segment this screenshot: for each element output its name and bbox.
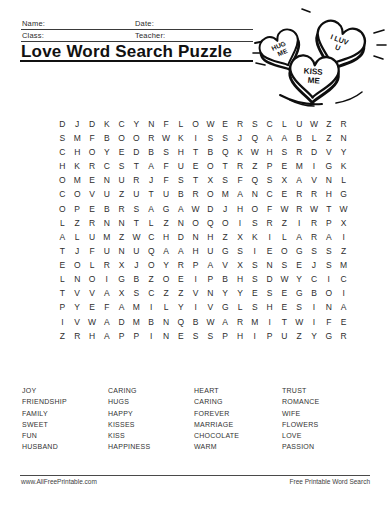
grid-cell-r15-c16[interactable]: T — [277, 315, 292, 329]
grid-cell-r9-c11[interactable]: H — [203, 230, 218, 244]
grid-cell-r10-c14[interactable]: I — [247, 244, 262, 258]
grid-cell-r16-c8[interactable]: N — [159, 329, 174, 343]
grid-cell-r6-c4[interactable]: U — [99, 188, 114, 202]
grid-cell-r5-c13[interactable]: F — [233, 174, 248, 188]
footer-site-link[interactable]: www.AllFreePrintable.com — [21, 478, 97, 485]
grid-cell-r14-c3[interactable]: E — [85, 301, 100, 315]
grid-cell-r13-c17[interactable]: G — [292, 287, 307, 301]
grid-cell-r11-c20[interactable]: M — [336, 258, 351, 272]
grid-cell-r11-c9[interactable]: R — [173, 258, 188, 272]
grid-cell-r2-c8[interactable]: W — [159, 131, 174, 145]
grid-cell-r9-c14[interactable]: K — [247, 230, 262, 244]
grid-cell-r16-c11[interactable]: S — [203, 329, 218, 343]
grid-cell-r14-c12[interactable]: G — [218, 301, 233, 315]
grid-cell-r11-c3[interactable]: L — [85, 258, 100, 272]
grid-cell-r10-c13[interactable]: S — [233, 244, 248, 258]
grid-cell-r9-c9[interactable]: D — [173, 230, 188, 244]
grid-cell-r15-c2[interactable]: V — [70, 315, 85, 329]
grid-cell-r2-c1[interactable]: S — [55, 131, 70, 145]
grid-cell-r14-c9[interactable]: Y — [173, 301, 188, 315]
grid-cell-r14-c17[interactable]: S — [292, 301, 307, 315]
grid-cell-r15-c14[interactable]: M — [247, 315, 262, 329]
grid-cell-r6-c6[interactable]: U — [129, 188, 144, 202]
grid-cell-r16-c12[interactable]: P — [218, 329, 233, 343]
grid-cell-r3-c5[interactable]: E — [114, 145, 129, 159]
grid-cell-r15-c10[interactable]: B — [188, 315, 203, 329]
grid-cell-r9-c15[interactable]: I — [262, 230, 277, 244]
grid-cell-r11-c13[interactable]: X — [233, 258, 248, 272]
grid-cell-r3-c17[interactable]: R — [292, 145, 307, 159]
grid-cell-r3-c7[interactable]: B — [144, 145, 159, 159]
grid-cell-r14-c4[interactable]: F — [99, 301, 114, 315]
grid-cell-r7-c16[interactable]: W — [277, 202, 292, 216]
grid-cell-r4-c8[interactable]: F — [159, 159, 174, 173]
grid-cell-r2-c10[interactable]: I — [188, 131, 203, 145]
grid-cell-r8-c1[interactable]: L — [55, 216, 70, 230]
grid-cell-r15-c1[interactable]: I — [55, 315, 70, 329]
grid-cell-r10-c4[interactable]: U — [99, 244, 114, 258]
grid-cell-r9-c13[interactable]: X — [233, 230, 248, 244]
grid-cell-r13-c16[interactable]: E — [277, 287, 292, 301]
grid-cell-r8-c12[interactable]: O — [218, 216, 233, 230]
grid-cell-r2-c9[interactable]: K — [173, 131, 188, 145]
grid-cell-r5-c9[interactable]: S — [173, 174, 188, 188]
grid-cell-r1-c18[interactable]: W — [307, 117, 322, 131]
grid-cell-r16-c5[interactable]: P — [114, 329, 129, 343]
grid-cell-r13-c19[interactable]: O — [321, 287, 336, 301]
grid-cell-r12-c15[interactable]: D — [262, 272, 277, 286]
grid-cell-r13-c1[interactable]: T — [55, 287, 70, 301]
grid-cell-r3-c20[interactable]: Y — [336, 145, 351, 159]
grid-cell-r3-c11[interactable]: B — [203, 145, 218, 159]
grid-cell-r10-c20[interactable]: Z — [336, 244, 351, 258]
grid-cell-r4-c5[interactable]: S — [114, 159, 129, 173]
grid-cell-r16-c17[interactable]: Z — [292, 329, 307, 343]
grid-cell-r3-c4[interactable]: Y — [99, 145, 114, 159]
grid-cell-r12-c4[interactable]: I — [99, 272, 114, 286]
grid-cell-r7-c8[interactable]: G — [159, 202, 174, 216]
grid-cell-r4-c7[interactable]: A — [144, 159, 159, 173]
grid-cell-r9-c20[interactable]: I — [336, 230, 351, 244]
grid-cell-r8-c10[interactable]: O — [188, 216, 203, 230]
grid-cell-r4-c3[interactable]: R — [85, 159, 100, 173]
grid-cell-r9-c7[interactable]: C — [144, 230, 159, 244]
grid-cell-r1-c19[interactable]: Z — [321, 117, 336, 131]
grid-cell-r8-c16[interactable]: Z — [277, 216, 292, 230]
grid-cell-r14-c7[interactable]: I — [144, 301, 159, 315]
grid-cell-r7-c15[interactable]: F — [262, 202, 277, 216]
grid-cell-r10-c15[interactable]: E — [262, 244, 277, 258]
grid-cell-r7-c6[interactable]: S — [129, 202, 144, 216]
grid-cell-r6-c9[interactable]: B — [173, 188, 188, 202]
grid-cell-r15-c18[interactable]: I — [307, 315, 322, 329]
grid-cell-r12-c9[interactable]: E — [173, 272, 188, 286]
grid-cell-r15-c8[interactable]: N — [159, 315, 174, 329]
grid-cell-r5-c15[interactable]: S — [262, 174, 277, 188]
grid-cell-r1-c5[interactable]: C — [114, 117, 129, 131]
grid-cell-r8-c6[interactable]: T — [129, 216, 144, 230]
grid-cell-r16-c10[interactable]: S — [188, 329, 203, 343]
grid-cell-r4-c18[interactable]: I — [307, 159, 322, 173]
grid-cell-r16-c19[interactable]: G — [321, 329, 336, 343]
grid-cell-r12-c2[interactable]: N — [70, 272, 85, 286]
grid-cell-r16-c13[interactable]: H — [233, 329, 248, 343]
grid-cell-r15-c20[interactable]: E — [336, 315, 351, 329]
grid-cell-r4-c17[interactable]: M — [292, 159, 307, 173]
grid-cell-r10-c5[interactable]: N — [114, 244, 129, 258]
grid-cell-r11-c1[interactable]: E — [55, 258, 70, 272]
grid-cell-r2-c11[interactable]: S — [203, 131, 218, 145]
grid-cell-r6-c7[interactable]: T — [144, 188, 159, 202]
grid-cell-r1-c10[interactable]: O — [188, 117, 203, 131]
grid-cell-r11-c16[interactable]: S — [277, 258, 292, 272]
grid-cell-r9-c6[interactable]: W — [129, 230, 144, 244]
grid-cell-r5-c17[interactable]: A — [292, 174, 307, 188]
grid-cell-r8-c11[interactable]: Q — [203, 216, 218, 230]
grid-cell-r10-c18[interactable]: S — [307, 244, 322, 258]
grid-cell-r7-c2[interactable]: P — [70, 202, 85, 216]
grid-cell-r6-c11[interactable]: O — [203, 188, 218, 202]
grid-cell-r9-c10[interactable]: N — [188, 230, 203, 244]
grid-cell-r11-c2[interactable]: O — [70, 258, 85, 272]
grid-cell-r11-c10[interactable]: P — [188, 258, 203, 272]
grid-cell-r5-c6[interactable]: R — [129, 174, 144, 188]
grid-cell-r2-c18[interactable]: L — [307, 131, 322, 145]
grid-cell-r15-c17[interactable]: W — [292, 315, 307, 329]
grid-cell-r12-c17[interactable]: Y — [292, 272, 307, 286]
grid-cell-r5-c5[interactable]: U — [114, 174, 129, 188]
grid-cell-r15-c15[interactable]: I — [262, 315, 277, 329]
grid-cell-r2-c13[interactable]: J — [233, 131, 248, 145]
grid-cell-r5-c14[interactable]: Q — [247, 174, 262, 188]
grid-cell-r16-c2[interactable]: R — [70, 329, 85, 343]
grid-cell-r1-c12[interactable]: E — [218, 117, 233, 131]
grid-cell-r7-c7[interactable]: A — [144, 202, 159, 216]
grid-cell-r5-c11[interactable]: X — [203, 174, 218, 188]
grid-cell-r16-c7[interactable]: I — [144, 329, 159, 343]
grid-cell-r5-c3[interactable]: E — [85, 174, 100, 188]
grid-cell-r1-c14[interactable]: S — [247, 117, 262, 131]
grid-cell-r12-c8[interactable]: O — [159, 272, 174, 286]
grid-cell-r4-c12[interactable]: T — [218, 159, 233, 173]
grid-cell-r3-c8[interactable]: S — [159, 145, 174, 159]
grid-cell-r10-c12[interactable]: G — [218, 244, 233, 258]
grid-cell-r16-c4[interactable]: A — [99, 329, 114, 343]
grid-cell-r14-c2[interactable]: Y — [70, 301, 85, 315]
grid-cell-r7-c10[interactable]: W — [188, 202, 203, 216]
grid-cell-r13-c8[interactable]: Z — [159, 287, 174, 301]
grid-cell-r2-c14[interactable]: Q — [247, 131, 262, 145]
grid-cell-r1-c9[interactable]: L — [173, 117, 188, 131]
grid-cell-r15-c19[interactable]: F — [321, 315, 336, 329]
grid-cell-r4-c4[interactable]: C — [99, 159, 114, 173]
grid-cell-r16-c16[interactable]: U — [277, 329, 292, 343]
grid-cell-r9-c3[interactable]: U — [85, 230, 100, 244]
grid-cell-r8-c2[interactable]: Z — [70, 216, 85, 230]
grid-cell-r14-c20[interactable]: A — [336, 301, 351, 315]
grid-cell-r15-c9[interactable]: Q — [173, 315, 188, 329]
grid-cell-r14-c8[interactable]: L — [159, 301, 174, 315]
grid-cell-r13-c18[interactable]: B — [307, 287, 322, 301]
grid-cell-r5-c4[interactable]: N — [99, 174, 114, 188]
grid-cell-r6-c15[interactable]: C — [262, 188, 277, 202]
grid-cell-r7-c18[interactable]: W — [307, 202, 322, 216]
grid-cell-r1-c20[interactable]: R — [336, 117, 351, 131]
grid-cell-r8-c17[interactable]: I — [292, 216, 307, 230]
grid-cell-r12-c7[interactable]: Z — [144, 272, 159, 286]
grid-cell-r15-c4[interactable]: A — [99, 315, 114, 329]
grid-cell-r7-c12[interactable]: J — [218, 202, 233, 216]
grid-cell-r15-c5[interactable]: D — [114, 315, 129, 329]
grid-cell-r6-c18[interactable]: R — [307, 188, 322, 202]
grid-cell-r8-c19[interactable]: P — [321, 216, 336, 230]
grid-cell-r8-c5[interactable]: N — [114, 216, 129, 230]
grid-cell-r11-c19[interactable]: S — [321, 258, 336, 272]
grid-cell-r16-c9[interactable]: E — [173, 329, 188, 343]
grid-cell-r10-c9[interactable]: A — [173, 244, 188, 258]
grid-cell-r11-c5[interactable]: X — [114, 258, 129, 272]
grid-cell-r16-c14[interactable]: I — [247, 329, 262, 343]
grid-cell-r3-c9[interactable]: H — [173, 145, 188, 159]
grid-cell-r3-c13[interactable]: K — [233, 145, 248, 159]
grid-cell-r2-c2[interactable]: M — [70, 131, 85, 145]
grid-cell-r13-c13[interactable]: Y — [233, 287, 248, 301]
grid-cell-r8-c3[interactable]: R — [85, 216, 100, 230]
grid-cell-r14-c14[interactable]: S — [247, 301, 262, 315]
grid-cell-r6-c8[interactable]: U — [159, 188, 174, 202]
grid-cell-r6-c2[interactable]: O — [70, 188, 85, 202]
grid-cell-r11-c6[interactable]: J — [129, 258, 144, 272]
grid-cell-r16-c3[interactable]: H — [85, 329, 100, 343]
grid-cell-r12-c13[interactable]: H — [233, 272, 248, 286]
grid-cell-r7-c3[interactable]: E — [85, 202, 100, 216]
grid-cell-r14-c6[interactable]: M — [129, 301, 144, 315]
grid-cell-r7-c5[interactable]: R — [114, 202, 129, 216]
grid-cell-r1-c7[interactable]: N — [144, 117, 159, 131]
grid-cell-r6-c17[interactable]: R — [292, 188, 307, 202]
grid-cell-r2-c3[interactable]: F — [85, 131, 100, 145]
grid-cell-r9-c4[interactable]: M — [99, 230, 114, 244]
grid-cell-r11-c14[interactable]: S — [247, 258, 262, 272]
grid-cell-r10-c8[interactable]: A — [159, 244, 174, 258]
grid-cell-r14-c10[interactable]: I — [188, 301, 203, 315]
grid-cell-r11-c12[interactable]: V — [218, 258, 233, 272]
grid-cell-r3-c14[interactable]: W — [247, 145, 262, 159]
grid-cell-r2-c5[interactable]: O — [114, 131, 129, 145]
grid-cell-r6-c10[interactable]: R — [188, 188, 203, 202]
grid-cell-r15-c3[interactable]: W — [85, 315, 100, 329]
grid-cell-r6-c3[interactable]: V — [85, 188, 100, 202]
grid-cell-r6-c1[interactable]: C — [55, 188, 70, 202]
grid-cell-r11-c18[interactable]: J — [307, 258, 322, 272]
grid-cell-r13-c7[interactable]: C — [144, 287, 159, 301]
grid-cell-r3-c10[interactable]: T — [188, 145, 203, 159]
grid-cell-r9-c1[interactable]: A — [55, 230, 70, 244]
grid-cell-r12-c14[interactable]: S — [247, 272, 262, 286]
grid-cell-r3-c2[interactable]: H — [70, 145, 85, 159]
grid-cell-r14-c16[interactable]: E — [277, 301, 292, 315]
grid-cell-r3-c18[interactable]: D — [307, 145, 322, 159]
grid-cell-r8-c14[interactable]: S — [247, 216, 262, 230]
grid-cell-r10-c3[interactable]: F — [85, 244, 100, 258]
grid-cell-r4-c2[interactable]: K — [70, 159, 85, 173]
grid-cell-r5-c2[interactable]: M — [70, 174, 85, 188]
grid-cell-r12-c3[interactable]: O — [85, 272, 100, 286]
grid-cell-r13-c9[interactable]: Z — [173, 287, 188, 301]
grid-cell-r2-c7[interactable]: R — [144, 131, 159, 145]
grid-cell-r7-c1[interactable]: O — [55, 202, 70, 216]
grid-cell-r15-c11[interactable]: W — [203, 315, 218, 329]
grid-cell-r1-c17[interactable]: U — [292, 117, 307, 131]
grid-cell-r2-c20[interactable]: N — [336, 131, 351, 145]
grid-cell-r10-c17[interactable]: G — [292, 244, 307, 258]
grid-cell-r11-c17[interactable]: E — [292, 258, 307, 272]
grid-cell-r7-c4[interactable]: B — [99, 202, 114, 216]
grid-cell-r14-c13[interactable]: L — [233, 301, 248, 315]
grid-cell-r13-c20[interactable]: I — [336, 287, 351, 301]
grid-cell-r7-c11[interactable]: D — [203, 202, 218, 216]
grid-cell-r5-c7[interactable]: J — [144, 174, 159, 188]
grid-cell-r14-c11[interactable]: V — [203, 301, 218, 315]
grid-cell-r11-c8[interactable]: Y — [159, 258, 174, 272]
grid-cell-r8-c15[interactable]: R — [262, 216, 277, 230]
grid-cell-r1-c3[interactable]: D — [85, 117, 100, 131]
grid-cell-r2-c16[interactable]: A — [277, 131, 292, 145]
grid-cell-r1-c8[interactable]: F — [159, 117, 174, 131]
grid-cell-r8-c13[interactable]: I — [233, 216, 248, 230]
grid-cell-r4-c19[interactable]: G — [321, 159, 336, 173]
grid-cell-r1-c6[interactable]: Y — [129, 117, 144, 131]
grid-cell-r9-c8[interactable]: H — [159, 230, 174, 244]
grid-cell-r10-c16[interactable]: O — [277, 244, 292, 258]
grid-cell-r1-c4[interactable]: K — [99, 117, 114, 131]
grid-cell-r4-c6[interactable]: T — [129, 159, 144, 173]
grid-cell-r5-c10[interactable]: T — [188, 174, 203, 188]
grid-cell-r15-c6[interactable]: M — [129, 315, 144, 329]
grid-cell-r7-c14[interactable]: O — [247, 202, 262, 216]
grid-cell-r10-c10[interactable]: H — [188, 244, 203, 258]
grid-cell-r6-c16[interactable]: E — [277, 188, 292, 202]
grid-cell-r3-c19[interactable]: V — [321, 145, 336, 159]
grid-cell-r1-c15[interactable]: C — [262, 117, 277, 131]
grid-cell-r9-c12[interactable]: Z — [218, 230, 233, 244]
grid-cell-r5-c19[interactable]: N — [321, 174, 336, 188]
grid-cell-r13-c14[interactable]: E — [247, 287, 262, 301]
grid-cell-r15-c13[interactable]: R — [233, 315, 248, 329]
grid-cell-r4-c11[interactable]: O — [203, 159, 218, 173]
grid-cell-r4-c13[interactable]: R — [233, 159, 248, 173]
grid-cell-r2-c6[interactable]: O — [129, 131, 144, 145]
grid-cell-r1-c16[interactable]: L — [277, 117, 292, 131]
grid-cell-r15-c12[interactable]: A — [218, 315, 233, 329]
grid-cell-r16-c20[interactable]: R — [336, 329, 351, 343]
grid-cell-r12-c12[interactable]: B — [218, 272, 233, 286]
grid-cell-r9-c16[interactable]: L — [277, 230, 292, 244]
grid-cell-r2-c4[interactable]: B — [99, 131, 114, 145]
grid-cell-r6-c14[interactable]: N — [247, 188, 262, 202]
grid-cell-r10-c7[interactable]: Q — [144, 244, 159, 258]
grid-cell-r14-c19[interactable]: N — [321, 301, 336, 315]
grid-cell-r16-c18[interactable]: Y — [307, 329, 322, 343]
grid-cell-r12-c20[interactable]: C — [336, 272, 351, 286]
grid-cell-r2-c12[interactable]: S — [218, 131, 233, 145]
grid-cell-r6-c13[interactable]: A — [233, 188, 248, 202]
grid-cell-r7-c19[interactable]: T — [321, 202, 336, 216]
grid-cell-r6-c19[interactable]: H — [321, 188, 336, 202]
grid-cell-r3-c16[interactable]: S — [277, 145, 292, 159]
grid-cell-r4-c16[interactable]: E — [277, 159, 292, 173]
grid-cell-r13-c6[interactable]: S — [129, 287, 144, 301]
grid-cell-r9-c5[interactable]: Z — [114, 230, 129, 244]
grid-cell-r8-c9[interactable]: N — [173, 216, 188, 230]
grid-cell-r12-c5[interactable]: G — [114, 272, 129, 286]
grid-cell-r3-c1[interactable]: C — [55, 145, 70, 159]
grid-cell-r9-c19[interactable]: A — [321, 230, 336, 244]
grid-cell-r3-c15[interactable]: H — [262, 145, 277, 159]
grid-cell-r11-c4[interactable]: R — [99, 258, 114, 272]
grid-cell-r6-c20[interactable]: G — [336, 188, 351, 202]
grid-cell-r16-c6[interactable]: P — [129, 329, 144, 343]
grid-cell-r12-c11[interactable]: P — [203, 272, 218, 286]
grid-cell-r1-c11[interactable]: W — [203, 117, 218, 131]
grid-cell-r16-c1[interactable]: Z — [55, 329, 70, 343]
grid-cell-r5-c16[interactable]: X — [277, 174, 292, 188]
grid-cell-r13-c2[interactable]: V — [70, 287, 85, 301]
grid-cell-r5-c18[interactable]: V — [307, 174, 322, 188]
grid-cell-r2-c17[interactable]: B — [292, 131, 307, 145]
grid-cell-r13-c10[interactable]: V — [188, 287, 203, 301]
grid-cell-r7-c20[interactable]: W — [336, 202, 351, 216]
grid-cell-r8-c7[interactable]: L — [144, 216, 159, 230]
grid-cell-r15-c7[interactable]: B — [144, 315, 159, 329]
grid-cell-r3-c6[interactable]: D — [129, 145, 144, 159]
grid-cell-r10-c2[interactable]: J — [70, 244, 85, 258]
grid-cell-r6-c12[interactable]: M — [218, 188, 233, 202]
grid-cell-r8-c20[interactable]: X — [336, 216, 351, 230]
grid-cell-r12-c6[interactable]: B — [129, 272, 144, 286]
grid-cell-r7-c9[interactable]: A — [173, 202, 188, 216]
grid-cell-r5-c1[interactable]: O — [55, 174, 70, 188]
grid-cell-r12-c1[interactable]: L — [55, 272, 70, 286]
grid-cell-r12-c19[interactable]: I — [321, 272, 336, 286]
grid-cell-r13-c12[interactable]: Y — [218, 287, 233, 301]
grid-cell-r5-c20[interactable]: L — [336, 174, 351, 188]
grid-cell-r3-c12[interactable]: Q — [218, 145, 233, 159]
grid-cell-r8-c4[interactable]: N — [99, 216, 114, 230]
grid-cell-r10-c6[interactable]: U — [129, 244, 144, 258]
grid-cell-r7-c13[interactable]: H — [233, 202, 248, 216]
grid-cell-r13-c15[interactable]: S — [262, 287, 277, 301]
grid-cell-r8-c18[interactable]: R — [307, 216, 322, 230]
grid-cell-r5-c8[interactable]: F — [159, 174, 174, 188]
grid-cell-r1-c13[interactable]: R — [233, 117, 248, 131]
grid-cell-r13-c4[interactable]: A — [99, 287, 114, 301]
grid-cell-r13-c11[interactable]: N — [203, 287, 218, 301]
grid-cell-r12-c18[interactable]: C — [307, 272, 322, 286]
grid-cell-r4-c20[interactable]: K — [336, 159, 351, 173]
grid-cell-r2-c19[interactable]: Z — [321, 131, 336, 145]
grid-cell-r2-c15[interactable]: A — [262, 131, 277, 145]
grid-cell-r10-c19[interactable]: S — [321, 244, 336, 258]
grid-cell-r11-c7[interactable]: O — [144, 258, 159, 272]
grid-cell-r14-c18[interactable]: I — [307, 301, 322, 315]
grid-cell-r4-c10[interactable]: E — [188, 159, 203, 173]
grid-cell-r1-c1[interactable]: D — [55, 117, 70, 131]
grid-cell-r8-c8[interactable]: Z — [159, 216, 174, 230]
grid-cell-r11-c11[interactable]: A — [203, 258, 218, 272]
grid-cell-r4-c15[interactable]: P — [262, 159, 277, 173]
grid-cell-r4-c9[interactable]: U — [173, 159, 188, 173]
